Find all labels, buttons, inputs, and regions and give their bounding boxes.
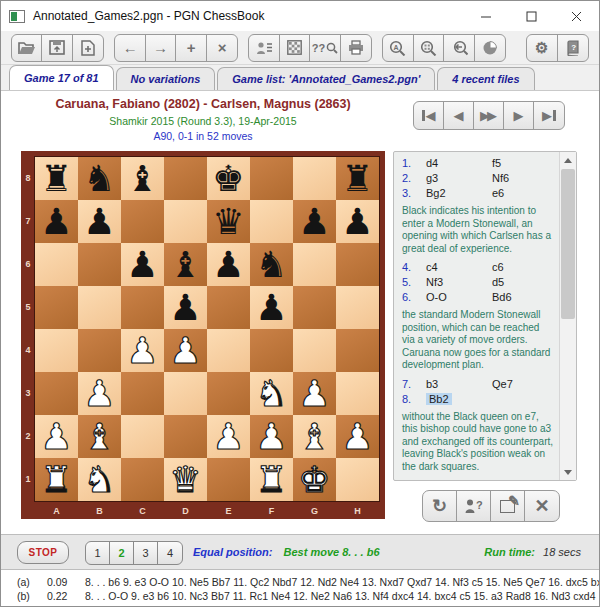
edit-game-icon[interactable]: ✎	[491, 491, 525, 521]
black-pawn-b7: ♟	[83, 200, 115, 243]
close-game-icon[interactable]: ✕	[525, 491, 559, 521]
position-assessment: Equal position: Best move 8. . . b6	[193, 546, 380, 558]
white-pawn-g3: ♟	[298, 372, 330, 415]
square-g6[interactable]	[293, 243, 336, 286]
square-h5[interactable]	[336, 286, 379, 329]
file-label-f: F	[250, 506, 293, 516]
black-move[interactable]: c6	[492, 260, 557, 275]
file-label-h: H	[336, 506, 379, 516]
engine-line-text: 0.22	[47, 589, 85, 603]
square-e6[interactable]: ♟	[207, 243, 250, 286]
square-f7[interactable]	[250, 200, 293, 243]
square-d8[interactable]	[164, 157, 207, 200]
black-knight-f6: ♞	[255, 243, 287, 286]
square-a4[interactable]	[35, 329, 78, 372]
black-pawn-d5: ♟	[169, 286, 201, 329]
square-b2[interactable]: ♝	[78, 415, 121, 458]
square-h4[interactable]	[336, 329, 379, 372]
move-number: 8.	[402, 392, 426, 407]
file-label-a: A	[35, 506, 78, 516]
engine-line-4-button[interactable]: 4	[158, 542, 182, 564]
player-info-icon[interactable]: ?	[457, 491, 491, 521]
engine-line-text: (b)	[17, 589, 47, 603]
white-queen-d1: ♛	[169, 458, 201, 501]
white-move[interactable]: . . . .	[426, 478, 492, 480]
white-pawn-h2: ♟	[341, 415, 373, 458]
game-header: Caruana, Fabiano (2802) - Carlsen, Magnu…	[21, 97, 385, 142]
minimize-button[interactable]	[464, 1, 509, 31]
first-move-button[interactable]: ◀	[414, 102, 444, 129]
square-c5[interactable]	[121, 286, 164, 329]
move-number: 3.	[402, 186, 426, 201]
add-game-icon[interactable]: +	[176, 35, 206, 61]
flip-board-icon[interactable]: ↻	[423, 491, 457, 521]
square-f5[interactable]: ♟	[250, 286, 293, 329]
move-row: 2.g3Nf6	[402, 171, 557, 186]
settings-gear-icon[interactable]: ⚙	[527, 35, 557, 61]
move-row: 6.O-OBd6	[402, 290, 557, 305]
move-row: 3.Bg2e6	[402, 186, 557, 201]
square-d6[interactable]: ♝	[164, 243, 207, 286]
white-move[interactable]: c4	[426, 260, 492, 275]
square-g8[interactable]	[293, 157, 336, 200]
window-title: Annotated_Games2.pgn - PGN ChessBook	[33, 9, 264, 23]
move-row: 4.c4c6	[402, 260, 557, 275]
file-label-d: D	[164, 506, 207, 516]
engine-line-3-button[interactable]: 3	[134, 542, 158, 564]
tab-game-number[interactable]: Game 17 of 81	[9, 65, 114, 90]
square-a1[interactable]: ♜	[35, 458, 78, 501]
square-a2[interactable]: ♟	[35, 415, 78, 458]
find-position-icon[interactable]	[414, 35, 444, 61]
engine-analysis-lines: (a)0.098. . . b6 9. e3 O-O 10. Ne5 Bb7 1…	[1, 571, 599, 607]
black-move[interactable]: Bd6	[492, 290, 557, 305]
square-e2[interactable]: ♟	[207, 415, 250, 458]
engine-line-text: 8. . . O-O 9. e3 b6 10. Nc3 Bb7 11. Rc1 …	[85, 589, 599, 603]
square-a7[interactable]: ♟	[35, 200, 78, 243]
file-label-c: C	[121, 506, 164, 516]
square-e5[interactable]	[207, 286, 250, 329]
player-index-icon[interactable]	[249, 35, 279, 61]
run-time: Run time: 18 secs	[484, 546, 581, 558]
move-row: 8.. . . .b6	[402, 478, 557, 480]
event-line: Shamkir 2015 (Round 3.3), 19-Apr-2015	[21, 115, 385, 127]
chess-board: ♜♞♝♚♜♟♟♛♟♟♟♝♟♞♟♟♟♟♟♞♟♟♝♟♟♝♟♜♞♛♜♚ 8765432…	[21, 151, 385, 519]
move-annotation: Black indicates his intention to enter a…	[402, 205, 557, 255]
move-annotation: without the Black queen on e7, this bish…	[402, 411, 557, 474]
tab-recent-files[interactable]: 4 recent files	[437, 67, 534, 90]
rank-label-3: 3	[21, 388, 35, 398]
square-b6[interactable]	[78, 243, 121, 286]
assessment-text: Equal position:	[193, 546, 272, 558]
rank-label-5: 5	[21, 302, 35, 312]
scroll-down-icon[interactable]	[560, 464, 576, 480]
run-time-value: 18 secs	[543, 546, 581, 558]
delete-game-icon[interactable]: ×	[207, 35, 237, 61]
engine-line-b[interactable]: (b)0.228. . . O-O 9. e3 b6 10. Nc3 Bb7 1…	[1, 589, 599, 603]
square-c7[interactable]	[121, 200, 164, 243]
stop-button[interactable]: STOP	[17, 541, 69, 564]
square-d7[interactable]	[164, 200, 207, 243]
open-file-icon[interactable]	[12, 35, 42, 61]
black-rook-h8: ♜	[341, 157, 373, 200]
title-bar: Annotated_Games2.pgn - PGN ChessBook	[1, 1, 599, 31]
move-row: 8.Bb2	[402, 392, 557, 407]
black-queen-e7: ♛	[212, 200, 244, 243]
square-e1[interactable]	[207, 458, 250, 501]
move-number: 6.	[402, 290, 426, 305]
black-pawn-h7: ♟	[341, 200, 373, 243]
black-pawn-a7: ♟	[40, 200, 72, 243]
square-c3[interactable]	[121, 372, 164, 415]
file-label-e: E	[207, 506, 250, 516]
square-d4[interactable]: ♟	[164, 329, 207, 372]
square-a6[interactable]	[35, 243, 78, 286]
black-move[interactable]: Nf6	[492, 171, 557, 186]
square-b4[interactable]	[78, 329, 121, 372]
square-d1[interactable]: ♛	[164, 458, 207, 501]
engine-line-selector: 1 2 3 4	[85, 541, 183, 565]
square-h1[interactable]	[336, 458, 379, 501]
white-pawn-c4: ♟	[126, 329, 158, 372]
move-navigation: ◀ ◀ ▶▶ ▶ ▶	[413, 101, 565, 130]
white-move[interactable]: d4	[426, 156, 492, 171]
square-e8[interactable]: ♚	[207, 157, 250, 200]
square-c4[interactable]: ♟	[121, 329, 164, 372]
square-g5[interactable]	[293, 286, 336, 329]
engine-line-text: 0.09	[47, 575, 85, 589]
square-b7[interactable]: ♟	[78, 200, 121, 243]
move-row: 7.b3Qe7	[402, 377, 557, 392]
engine-line-text: (a)	[17, 575, 47, 589]
square-a8[interactable]: ♜	[35, 157, 78, 200]
engine-line-2-button[interactable]: 2	[110, 542, 134, 564]
maximize-button[interactable]	[509, 1, 554, 31]
file-label-b: B	[78, 506, 121, 516]
square-g2[interactable]: ♝	[293, 415, 336, 458]
black-knight-b8: ♞	[83, 157, 115, 200]
white-move[interactable]: Bb2	[426, 392, 492, 407]
svg-text:A: A	[394, 43, 399, 50]
position-setup-icon[interactable]	[280, 35, 310, 61]
move-row: 5.Nf3d5	[402, 275, 557, 290]
square-g7[interactable]: ♟	[293, 200, 336, 243]
move-list: 1.d4f52.g3Nf63.Bg2e6Black indicates his …	[394, 152, 559, 480]
players-line: Caruana, Fabiano (2802) - Carlsen, Magnu…	[21, 97, 385, 111]
black-king-e8: ♚	[212, 157, 244, 200]
white-pawn-a2: ♟	[40, 415, 72, 458]
white-knight-f3: ♞	[255, 372, 287, 415]
svg-text:?: ?	[476, 499, 483, 511]
engine-line-text: 8. . . Qd8 9. e3 O-O 10. Nc3 b6 11. Qc2 …	[85, 603, 599, 607]
black-pawn-c6: ♟	[126, 243, 158, 286]
square-h6[interactable]	[336, 243, 379, 286]
previous-game-icon[interactable]: ←	[115, 35, 145, 61]
move-number: 1.	[402, 156, 426, 171]
move-number: 2.	[402, 171, 426, 186]
square-d3[interactable]	[164, 372, 207, 415]
engine-line-a[interactable]: (a)0.098. . . b6 9. e3 O-O 10. Ne5 Bb7 1…	[1, 575, 599, 589]
engine-line-text: 0.28	[47, 603, 85, 607]
previous-move-button[interactable]: ◀	[444, 102, 474, 129]
square-e7[interactable]: ♛	[207, 200, 250, 243]
white-king-g1: ♚	[298, 458, 330, 501]
square-d5[interactable]: ♟	[164, 286, 207, 329]
white-pawn-d4: ♟	[169, 329, 201, 372]
black-move[interactable]: f5	[492, 156, 557, 171]
white-move[interactable]: O-O	[426, 290, 492, 305]
rank-label-2: 2	[21, 431, 35, 441]
best-move-text: Best move 8. . . b6	[284, 546, 380, 558]
move-number: 7.	[402, 377, 426, 392]
find-question-moves-icon[interactable]: ??	[310, 35, 340, 61]
black-pawn-e6: ♟	[212, 243, 244, 286]
engine-status-bar: STOP 1 2 3 4 Equal position: Best move 8…	[1, 534, 599, 570]
move-number: 8.	[402, 478, 426, 480]
engine-line-text: 8. . . b6 9. e3 O-O 10. Ne5 Bb7 11. Qc2 …	[85, 575, 599, 589]
move-list-panel: 1.d4f52.g3Nf63.Bg2e6Black indicates his …	[393, 151, 577, 481]
rank-label-7: 7	[21, 216, 35, 226]
square-h3[interactable]	[336, 372, 379, 415]
last-move-button[interactable]: ▶	[534, 102, 564, 129]
next-game-icon[interactable]: →	[146, 35, 176, 61]
square-b8[interactable]: ♞	[78, 157, 121, 200]
find-text-icon[interactable]: A	[383, 35, 413, 61]
black-pawn-g7: ♟	[298, 200, 330, 243]
black-rook-a8: ♜	[40, 157, 72, 200]
black-bishop-c8: ♝	[126, 157, 158, 200]
app-window: Annotated_Games2.pgn - PGN ChessBook ← →…	[0, 0, 600, 607]
move-number: 5.	[402, 275, 426, 290]
next-move-button[interactable]: ▶	[504, 102, 534, 129]
rank-label-4: 4	[21, 345, 35, 355]
engine-line-1-button[interactable]: 1	[86, 542, 110, 564]
find-novelty-icon[interactable]	[444, 35, 474, 61]
square-a5[interactable]	[35, 286, 78, 329]
rank-label-8: 8	[21, 173, 35, 183]
white-pawn-b3: ♟	[83, 372, 115, 415]
help-book-icon[interactable]: ?	[558, 35, 588, 61]
move-annotation: the standard Modern Stonewall position, …	[402, 309, 557, 372]
square-b5[interactable]	[78, 286, 121, 329]
move-row: 1.d4f5	[402, 156, 557, 171]
square-c8[interactable]: ♝	[121, 157, 164, 200]
black-bishop-d6: ♝	[169, 243, 201, 286]
square-c1[interactable]	[121, 458, 164, 501]
close-button[interactable]	[554, 1, 599, 31]
square-b1[interactable]: ♞	[78, 458, 121, 501]
white-rook-f1: ♜	[255, 458, 287, 501]
scrollbar-thumb[interactable]	[561, 169, 575, 319]
move-number: 4.	[402, 260, 426, 275]
black-move[interactable]: d5	[492, 275, 557, 290]
new-file-icon[interactable]	[73, 35, 103, 61]
scroll-up-icon[interactable]	[560, 152, 576, 168]
square-f6[interactable]: ♞	[250, 243, 293, 286]
black-move[interactable]	[492, 392, 557, 407]
save-file-icon[interactable]	[42, 35, 72, 61]
app-icon	[9, 10, 25, 23]
toolbar: ← → + × ?? A	[1, 31, 599, 65]
engine-line-text: (c)	[17, 603, 47, 607]
svg-text:?: ?	[571, 43, 576, 52]
statistics-icon[interactable]	[475, 35, 505, 61]
board-grid: ♜♞♝♚♜♟♟♛♟♟♟♝♟♞♟♟♟♟♟♞♟♟♝♟♟♝♟♜♞♛♜♚	[35, 157, 379, 501]
square-c2[interactable]	[121, 415, 164, 458]
square-h8[interactable]: ♜	[336, 157, 379, 200]
rank-label-6: 6	[21, 259, 35, 269]
square-f8[interactable]	[250, 157, 293, 200]
black-move[interactable]: b6	[492, 478, 557, 480]
engine-line-c[interactable]: (c)0.288. . . Qd8 9. e3 O-O 10. Nc3 b6 1…	[1, 603, 599, 607]
square-a3[interactable]	[35, 372, 78, 415]
white-move[interactable]: Nf3	[426, 275, 492, 290]
run-time-label: Run time:	[484, 546, 535, 558]
square-f1[interactable]: ♜	[250, 458, 293, 501]
square-e4[interactable]	[207, 329, 250, 372]
square-e3[interactable]	[207, 372, 250, 415]
print-icon[interactable]	[341, 35, 371, 61]
tab-game-list[interactable]: Game list: 'Annotated_Games2.pgn'	[217, 67, 435, 90]
square-c6[interactable]: ♟	[121, 243, 164, 286]
game-tools: ↻ ? ✎ ✕	[422, 490, 560, 522]
white-knight-b1: ♞	[83, 458, 115, 501]
result-line: A90, 0-1 in 52 moves	[21, 130, 385, 142]
square-g1[interactable]: ♚	[293, 458, 336, 501]
black-move[interactable]: Qe7	[492, 377, 557, 392]
file-label-g: G	[293, 506, 336, 516]
white-move[interactable]: b3	[426, 377, 492, 392]
tab-no-variations[interactable]: No variations	[116, 67, 216, 90]
rank-label-1: 1	[21, 474, 35, 484]
square-b3[interactable]: ♟	[78, 372, 121, 415]
white-bishop-b2: ♝	[83, 415, 115, 458]
autoplay-button[interactable]: ▶▶	[474, 102, 504, 129]
white-bishop-g2: ♝	[298, 415, 330, 458]
square-f4[interactable]	[250, 329, 293, 372]
square-h7[interactable]: ♟	[336, 200, 379, 243]
square-g3[interactable]: ♟	[293, 372, 336, 415]
black-pawn-f5: ♟	[255, 286, 287, 329]
white-move[interactable]: Bg2	[426, 186, 492, 201]
white-rook-a1: ♜	[40, 458, 72, 501]
white-pawn-f2: ♟	[255, 415, 287, 458]
move-list-scrollbar[interactable]	[559, 152, 576, 480]
white-pawn-e2: ♟	[212, 415, 244, 458]
black-move[interactable]: e6	[492, 186, 557, 201]
square-d2[interactable]	[164, 415, 207, 458]
square-f3[interactable]: ♞	[250, 372, 293, 415]
square-f2[interactable]: ♟	[250, 415, 293, 458]
white-move[interactable]: g3	[426, 171, 492, 186]
square-g4[interactable]	[293, 329, 336, 372]
square-h2[interactable]: ♟	[336, 415, 379, 458]
tab-bar: Game 17 of 81 No variations Game list: '…	[1, 65, 599, 91]
